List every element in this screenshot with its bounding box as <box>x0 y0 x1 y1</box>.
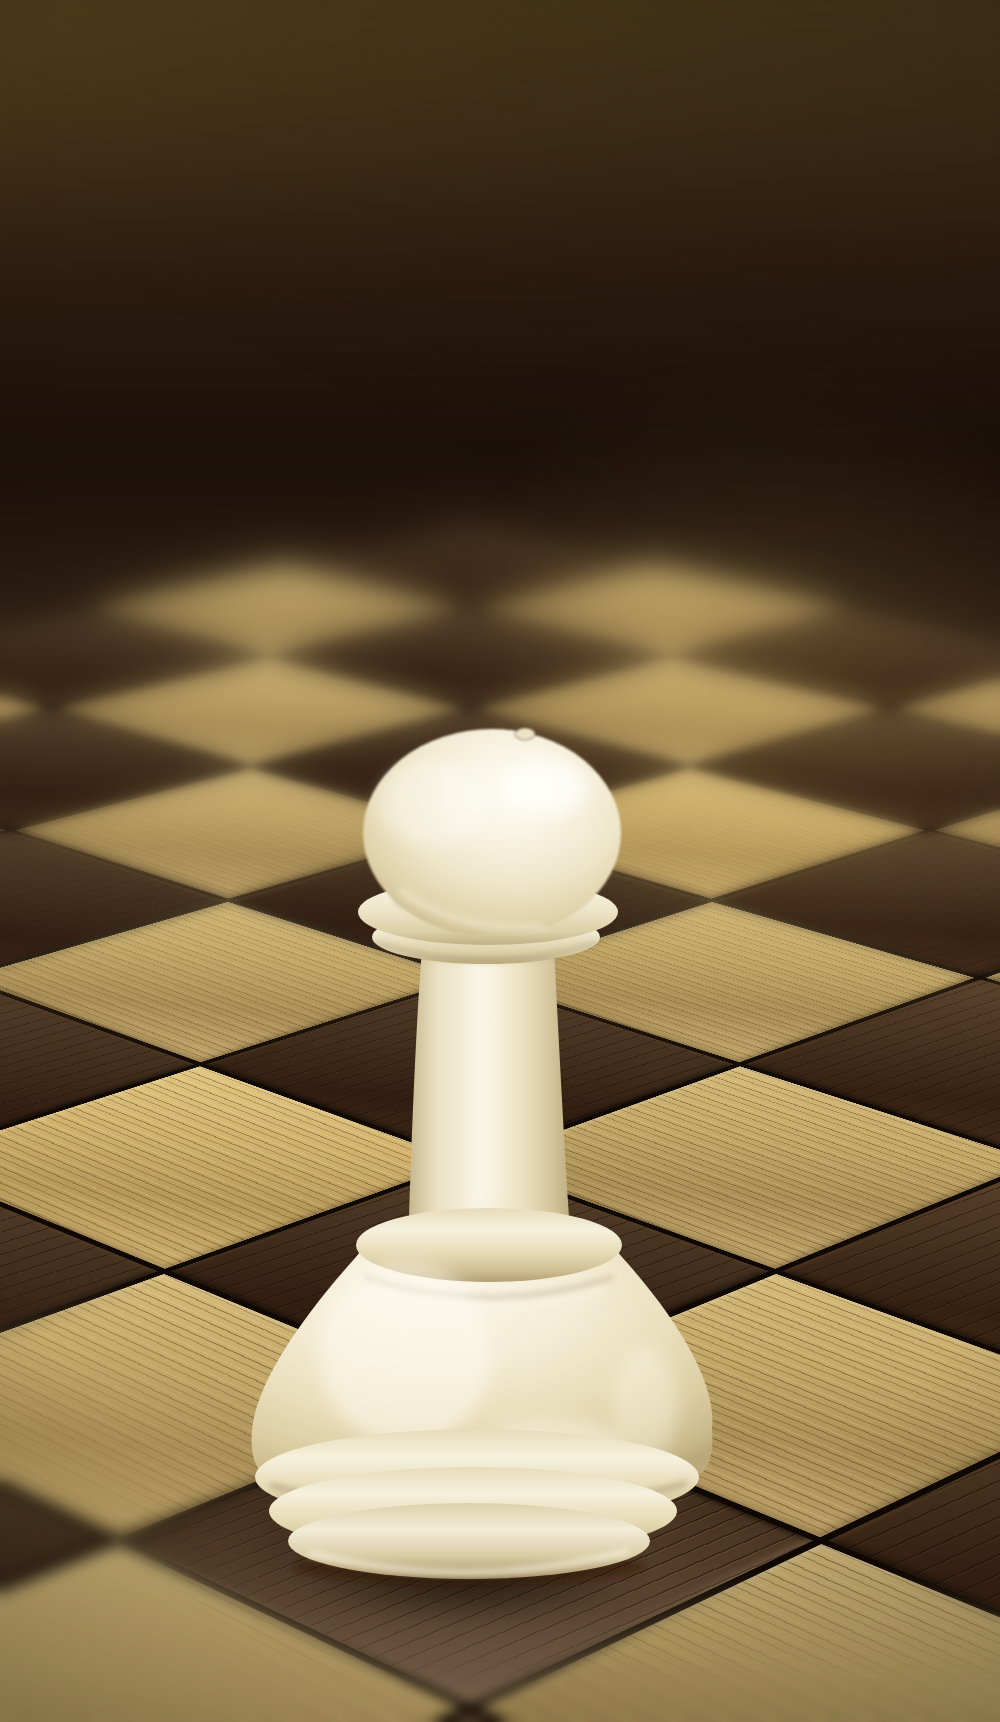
white-pawn[interactable]: ♙ <box>225 705 745 1620</box>
photo-stage: ♙ <box>0 0 1000 1722</box>
